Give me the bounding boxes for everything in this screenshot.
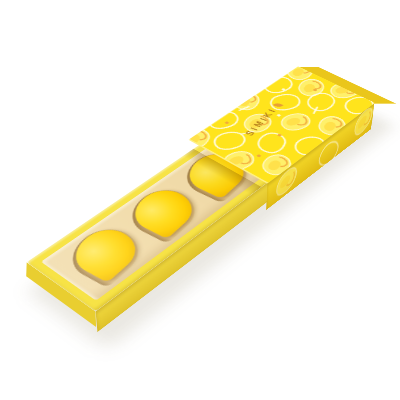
sponge-cutout	[118, 183, 208, 243]
lemon-icon	[253, 130, 289, 155]
product-box: SIMIKI	[25, 92, 372, 336]
lemon-icon	[277, 111, 314, 132]
makeup-sponge	[122, 184, 204, 238]
photo-background: SIMIKI	[0, 0, 400, 400]
lemon-icon	[202, 108, 244, 132]
pattern-dot	[256, 154, 262, 158]
lemon-icon	[188, 127, 212, 149]
pattern-dot	[276, 114, 281, 117]
makeup-sponge	[62, 223, 148, 282]
